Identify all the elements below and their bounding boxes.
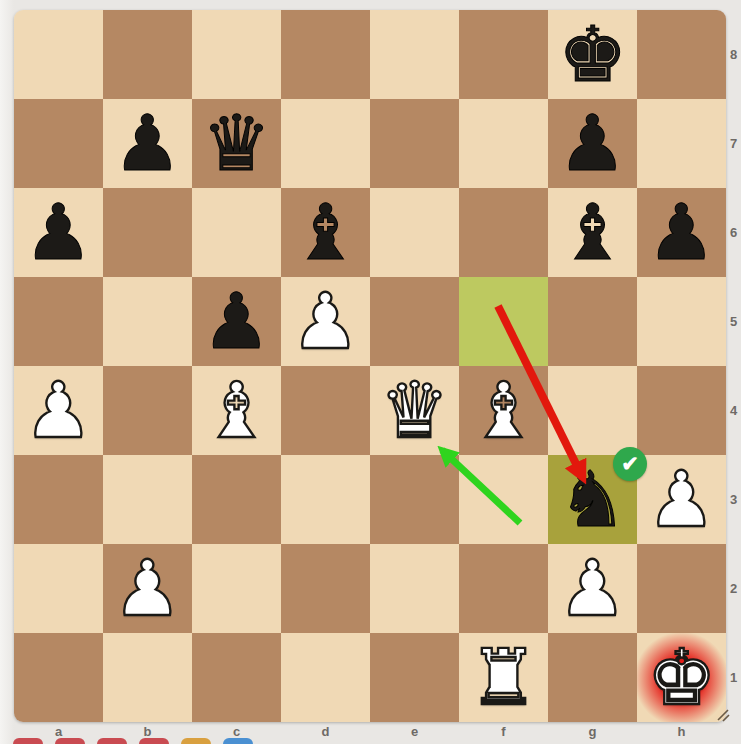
square-e8[interactable] xyxy=(370,10,459,99)
square-g1[interactable] xyxy=(548,633,637,722)
square-h3[interactable]: ♟ xyxy=(637,455,726,544)
rank-label-4: 4 xyxy=(726,366,741,455)
file-label-e: e xyxy=(370,723,459,741)
square-a3[interactable] xyxy=(14,455,103,544)
square-c6[interactable] xyxy=(192,188,281,277)
square-c1[interactable] xyxy=(192,633,281,722)
square-d6[interactable]: ♝ xyxy=(281,188,370,277)
square-d2[interactable] xyxy=(281,544,370,633)
white-king[interactable]: ♚ xyxy=(637,633,726,722)
white-pawn[interactable]: ♟ xyxy=(548,544,637,633)
white-pawn[interactable]: ♟ xyxy=(103,544,192,633)
square-d3[interactable] xyxy=(281,455,370,544)
square-b5[interactable] xyxy=(103,277,192,366)
square-g8[interactable]: ♚ xyxy=(548,10,637,99)
square-d8[interactable] xyxy=(281,10,370,99)
rank-label-2: 2 xyxy=(726,544,741,633)
board-resize-handle[interactable] xyxy=(716,708,730,722)
square-a1[interactable] xyxy=(14,633,103,722)
correct-move-badge: ✔ xyxy=(613,447,647,481)
square-e2[interactable] xyxy=(370,544,459,633)
black-bishop[interactable]: ♝ xyxy=(281,188,370,277)
square-f1[interactable]: ♜ xyxy=(459,633,548,722)
rank-label-3: 3 xyxy=(726,455,741,544)
square-e7[interactable] xyxy=(370,99,459,188)
taskbar-icon-3[interactable] xyxy=(97,738,127,744)
rank-label-5: 5 xyxy=(726,277,741,366)
square-f4[interactable]: ♝ xyxy=(459,366,548,455)
white-pawn[interactable]: ♟ xyxy=(14,366,103,455)
square-h5[interactable] xyxy=(637,277,726,366)
white-pawn[interactable]: ♟ xyxy=(637,455,726,544)
black-pawn[interactable]: ♟ xyxy=(14,188,103,277)
file-label-d: d xyxy=(281,723,370,741)
white-bishop[interactable]: ♝ xyxy=(192,366,281,455)
file-label-h: h xyxy=(637,723,726,741)
taskbar-icon-6[interactable] xyxy=(223,738,253,744)
rank-coordinates: 87654321 xyxy=(726,10,741,722)
taskbar-icon-4[interactable] xyxy=(139,738,169,744)
square-c3[interactable] xyxy=(192,455,281,544)
black-queen[interactable]: ♛ xyxy=(192,99,281,188)
square-b1[interactable] xyxy=(103,633,192,722)
square-g6[interactable]: ♝ xyxy=(548,188,637,277)
square-c5[interactable]: ♟ xyxy=(192,277,281,366)
square-a5[interactable] xyxy=(14,277,103,366)
square-f5[interactable] xyxy=(459,277,548,366)
square-a7[interactable] xyxy=(14,99,103,188)
square-d4[interactable] xyxy=(281,366,370,455)
white-bishop[interactable]: ♝ xyxy=(459,366,548,455)
square-h7[interactable] xyxy=(637,99,726,188)
square-h8[interactable] xyxy=(637,10,726,99)
square-c7[interactable]: ♛ xyxy=(192,99,281,188)
square-h2[interactable] xyxy=(637,544,726,633)
taskbar-icon-1[interactable] xyxy=(13,738,43,744)
square-a8[interactable] xyxy=(14,10,103,99)
square-g2[interactable]: ♟ xyxy=(548,544,637,633)
square-d5[interactable]: ♟ xyxy=(281,277,370,366)
square-c4[interactable]: ♝ xyxy=(192,366,281,455)
square-c2[interactable] xyxy=(192,544,281,633)
file-label-g: g xyxy=(548,723,637,741)
black-pawn[interactable]: ♟ xyxy=(548,99,637,188)
square-c8[interactable] xyxy=(192,10,281,99)
black-king[interactable]: ♚ xyxy=(548,10,637,99)
square-b3[interactable] xyxy=(103,455,192,544)
square-a6[interactable]: ♟ xyxy=(14,188,103,277)
square-e4[interactable]: ♛ xyxy=(370,366,459,455)
rank-label-7: 7 xyxy=(726,99,741,188)
square-h1[interactable]: ♚ xyxy=(637,633,726,722)
white-pawn[interactable]: ♟ xyxy=(281,277,370,366)
square-e5[interactable] xyxy=(370,277,459,366)
white-rook[interactable]: ♜ xyxy=(459,633,548,722)
square-f3[interactable] xyxy=(459,455,548,544)
square-d1[interactable] xyxy=(281,633,370,722)
square-b2[interactable]: ♟ xyxy=(103,544,192,633)
square-b6[interactable] xyxy=(103,188,192,277)
black-pawn[interactable]: ♟ xyxy=(637,188,726,277)
square-e3[interactable] xyxy=(370,455,459,544)
chess-board: ♚♟♛♟♟♝♝♟♟♟♟♝♛♝♞♟♟♟♜♚ xyxy=(14,10,726,722)
square-e6[interactable] xyxy=(370,188,459,277)
square-g5[interactable] xyxy=(548,277,637,366)
square-h4[interactable] xyxy=(637,366,726,455)
square-b4[interactable] xyxy=(103,366,192,455)
white-queen[interactable]: ♛ xyxy=(370,366,459,455)
square-a4[interactable]: ♟ xyxy=(14,366,103,455)
square-f6[interactable] xyxy=(459,188,548,277)
file-label-f: f xyxy=(459,723,548,741)
taskbar-icon-5[interactable] xyxy=(181,738,211,744)
black-pawn[interactable]: ♟ xyxy=(192,277,281,366)
black-pawn[interactable]: ♟ xyxy=(103,99,192,188)
rank-label-6: 6 xyxy=(726,188,741,277)
square-h6[interactable]: ♟ xyxy=(637,188,726,277)
taskbar-icon-strip xyxy=(13,738,253,744)
square-f7[interactable] xyxy=(459,99,548,188)
square-g7[interactable]: ♟ xyxy=(548,99,637,188)
square-d7[interactable] xyxy=(281,99,370,188)
rank-label-8: 8 xyxy=(726,10,741,99)
square-g4[interactable] xyxy=(548,366,637,455)
square-a2[interactable] xyxy=(14,544,103,633)
square-f8[interactable] xyxy=(459,10,548,99)
taskbar-icon-2[interactable] xyxy=(55,738,85,744)
square-b8[interactable] xyxy=(103,10,192,99)
square-e1[interactable] xyxy=(370,633,459,722)
square-f2[interactable] xyxy=(459,544,548,633)
black-bishop[interactable]: ♝ xyxy=(548,188,637,277)
square-b7[interactable]: ♟ xyxy=(103,99,192,188)
